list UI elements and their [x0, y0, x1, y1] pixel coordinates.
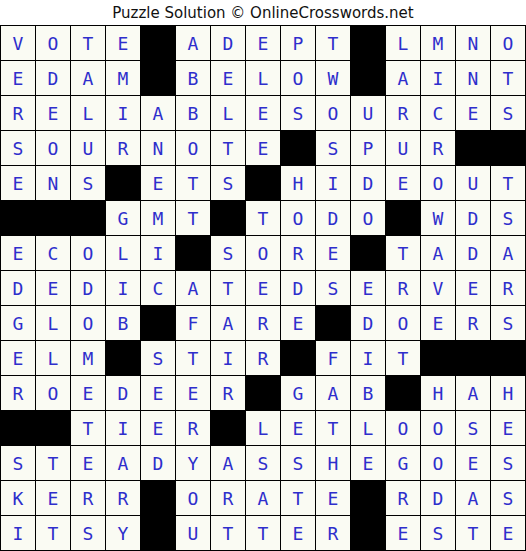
letter-cell: D — [456, 236, 490, 270]
letter-cell: A — [211, 446, 245, 480]
letter-cell: F — [316, 341, 350, 375]
letter-cell: H — [421, 376, 455, 410]
letter-cell: A — [141, 96, 175, 130]
letter-cell: E — [71, 376, 105, 410]
letter-cell: B — [176, 96, 210, 130]
letter-cell: A — [456, 481, 490, 515]
letter-cell: S — [1, 446, 35, 480]
letter-cell: R — [456, 306, 490, 340]
letter-cell: T — [246, 516, 280, 550]
letter-cell: M — [141, 201, 175, 235]
letter-cell: O — [176, 131, 210, 165]
letter-cell: S — [491, 96, 525, 130]
letter-cell: T — [71, 26, 105, 60]
letter-cell: T — [281, 481, 315, 515]
letter-cell: T — [211, 271, 245, 305]
letter-cell: T — [246, 201, 280, 235]
letter-cell: C — [141, 271, 175, 305]
letter-cell: U — [386, 131, 420, 165]
black-cell — [141, 61, 175, 95]
letter-cell: S — [141, 341, 175, 375]
letter-cell: R — [491, 271, 525, 305]
letter-cell: I — [211, 341, 245, 375]
letter-cell: T — [36, 446, 70, 480]
letter-cell: E — [246, 96, 280, 130]
letter-cell: S — [491, 201, 525, 235]
letter-cell: R — [386, 271, 420, 305]
letter-cell: D — [106, 376, 140, 410]
black-cell — [351, 516, 385, 550]
letter-cell: A — [211, 306, 245, 340]
letter-cell: S — [246, 446, 280, 480]
letter-cell: R — [106, 131, 140, 165]
letter-cell: L — [71, 96, 105, 130]
letter-cell: L — [106, 236, 140, 270]
letter-cell: E — [316, 236, 350, 270]
black-cell — [351, 26, 385, 60]
letter-cell: E — [106, 26, 140, 60]
letter-cell: T — [386, 236, 420, 270]
letter-cell: T — [316, 411, 350, 445]
letter-cell: T — [211, 516, 245, 550]
letter-cell: L — [246, 61, 280, 95]
letter-cell: N — [36, 166, 70, 200]
letter-cell: U — [176, 516, 210, 550]
letter-cell: E — [1, 166, 35, 200]
letter-cell: O — [386, 306, 420, 340]
letter-cell: R — [281, 236, 315, 270]
letter-cell: P — [281, 26, 315, 60]
letter-cell: L — [36, 306, 70, 340]
letter-cell: M — [106, 61, 140, 95]
letter-cell: U — [351, 96, 385, 130]
black-cell — [106, 166, 140, 200]
letter-cell: L — [36, 341, 70, 375]
letter-cell: O — [36, 376, 70, 410]
letter-cell: R — [246, 341, 280, 375]
letter-cell: E — [491, 411, 525, 445]
letter-cell: K — [1, 481, 35, 515]
letter-cell: S — [281, 446, 315, 480]
letter-cell: G — [1, 306, 35, 340]
letter-cell: S — [1, 131, 35, 165]
letter-cell: V — [1, 26, 35, 60]
letter-cell: L — [211, 96, 245, 130]
black-cell — [246, 166, 280, 200]
letter-cell: E — [211, 61, 245, 95]
black-cell — [456, 131, 490, 165]
letter-cell: O — [176, 481, 210, 515]
black-cell — [351, 481, 385, 515]
letter-cell: M — [421, 26, 455, 60]
black-cell — [316, 306, 350, 340]
letter-cell: S — [316, 131, 350, 165]
letter-cell: Y — [176, 446, 210, 480]
letter-cell: E — [176, 376, 210, 410]
letter-cell: I — [106, 411, 140, 445]
letter-cell: S — [71, 516, 105, 550]
crossword-grid: VOTEADEPTLMNOEDAMBELOWAINTRELIABLESOURCE… — [0, 25, 526, 551]
letter-cell: G — [386, 446, 420, 480]
black-cell — [36, 201, 70, 235]
black-cell — [246, 376, 280, 410]
letter-cell: T — [211, 131, 245, 165]
letter-cell: T — [491, 166, 525, 200]
letter-cell: P — [351, 131, 385, 165]
letter-cell: R — [106, 481, 140, 515]
letter-cell: N — [456, 26, 490, 60]
black-cell — [176, 236, 210, 270]
letter-cell: B — [351, 376, 385, 410]
letter-cell: E — [36, 96, 70, 130]
letter-cell: R — [386, 481, 420, 515]
letter-cell: G — [106, 201, 140, 235]
letter-cell: T — [176, 341, 210, 375]
letter-cell: T — [176, 166, 210, 200]
black-cell — [386, 376, 420, 410]
letter-cell: S — [316, 271, 350, 305]
black-cell — [211, 201, 245, 235]
letter-cell: O — [71, 236, 105, 270]
letter-cell: E — [141, 166, 175, 200]
letter-cell: A — [246, 481, 280, 515]
letter-cell: A — [106, 446, 140, 480]
letter-cell: W — [316, 61, 350, 95]
letter-cell: D — [1, 271, 35, 305]
black-cell — [351, 236, 385, 270]
letter-cell: A — [316, 376, 350, 410]
letter-cell: N — [456, 61, 490, 95]
letter-cell: A — [456, 376, 490, 410]
black-cell — [1, 201, 35, 235]
letter-cell: A — [176, 26, 210, 60]
letter-cell: B — [106, 306, 140, 340]
black-cell — [421, 341, 455, 375]
letter-cell: T — [386, 341, 420, 375]
letter-cell: L — [351, 411, 385, 445]
letter-cell: S — [421, 516, 455, 550]
letter-cell: R — [316, 516, 350, 550]
letter-cell: M — [71, 341, 105, 375]
letter-cell: D — [316, 201, 350, 235]
letter-cell: O — [421, 411, 455, 445]
letter-cell: T — [176, 201, 210, 235]
letter-cell: O — [316, 96, 350, 130]
letter-cell: C — [421, 96, 455, 130]
letter-cell: E — [246, 131, 280, 165]
letter-cell: D — [421, 481, 455, 515]
page-title: Puzzle Solution © OnlineCrosswords.net — [112, 4, 413, 22]
letter-cell: E — [386, 516, 420, 550]
black-cell — [211, 411, 245, 445]
letter-cell: O — [421, 446, 455, 480]
letter-cell: I — [421, 61, 455, 95]
letter-cell: D — [351, 306, 385, 340]
letter-cell: A — [71, 61, 105, 95]
letter-cell: S — [491, 306, 525, 340]
letter-cell: A — [491, 236, 525, 270]
letter-cell: D — [36, 61, 70, 95]
letter-cell: I — [1, 516, 35, 550]
letter-cell: E — [1, 236, 35, 270]
letter-cell: O — [281, 201, 315, 235]
black-cell — [141, 306, 175, 340]
letter-cell: G — [281, 376, 315, 410]
letter-cell: B — [176, 61, 210, 95]
letter-cell: S — [211, 236, 245, 270]
letter-cell: O — [36, 26, 70, 60]
letter-cell: O — [386, 411, 420, 445]
letter-cell: F — [176, 306, 210, 340]
letter-cell: E — [1, 61, 35, 95]
letter-cell: D — [281, 271, 315, 305]
letter-cell: R — [211, 376, 245, 410]
letter-cell: C — [36, 236, 70, 270]
letter-cell: W — [421, 201, 455, 235]
letter-cell: D — [351, 166, 385, 200]
letter-cell: T — [71, 411, 105, 445]
letter-cell: D — [141, 446, 175, 480]
puzzle-solution-page: Puzzle Solution © OnlineCrosswords.net V… — [0, 0, 526, 551]
letter-cell: H — [281, 166, 315, 200]
black-cell — [281, 131, 315, 165]
letter-cell: A — [386, 61, 420, 95]
black-cell — [1, 411, 35, 445]
letter-cell: R — [246, 306, 280, 340]
letter-cell: R — [1, 96, 35, 130]
letter-cell: S — [71, 166, 105, 200]
letter-cell: D — [71, 271, 105, 305]
black-cell — [36, 411, 70, 445]
black-cell — [456, 341, 490, 375]
letter-cell: S — [211, 166, 245, 200]
letter-cell: S — [491, 481, 525, 515]
black-cell — [491, 341, 525, 375]
letter-cell: E — [246, 271, 280, 305]
letter-cell: E — [36, 481, 70, 515]
letter-cell: O — [491, 26, 525, 60]
black-cell — [141, 481, 175, 515]
letter-cell: E — [71, 446, 105, 480]
letter-cell: A — [176, 271, 210, 305]
black-cell — [386, 201, 420, 235]
letter-cell: E — [141, 376, 175, 410]
letter-cell: E — [36, 271, 70, 305]
letter-cell: R — [211, 481, 245, 515]
letter-cell: E — [281, 411, 315, 445]
black-cell — [106, 341, 140, 375]
letter-cell: D — [456, 201, 490, 235]
letter-cell: S — [491, 446, 525, 480]
letter-cell: R — [386, 96, 420, 130]
letter-cell: O — [71, 306, 105, 340]
letter-cell: E — [491, 516, 525, 550]
black-cell — [491, 131, 525, 165]
letter-cell: E — [456, 446, 490, 480]
letter-cell: E — [281, 516, 315, 550]
letter-cell: O — [351, 201, 385, 235]
letter-cell: E — [246, 26, 280, 60]
title-bar: Puzzle Solution © OnlineCrosswords.net — [0, 0, 526, 25]
letter-cell: T — [491, 61, 525, 95]
letter-cell: L — [246, 411, 280, 445]
letter-cell: O — [246, 236, 280, 270]
letter-cell: H — [491, 376, 525, 410]
letter-cell: E — [456, 271, 490, 305]
letter-cell: A — [421, 236, 455, 270]
letter-cell: U — [456, 166, 490, 200]
letter-cell: O — [36, 131, 70, 165]
letter-cell: O — [281, 61, 315, 95]
letter-cell: Y — [106, 516, 140, 550]
black-cell — [141, 26, 175, 60]
letter-cell: R — [176, 411, 210, 445]
letter-cell: R — [71, 481, 105, 515]
letter-cell: I — [106, 271, 140, 305]
letter-cell: T — [456, 516, 490, 550]
letter-cell: E — [141, 411, 175, 445]
letter-cell: T — [316, 26, 350, 60]
black-cell — [281, 341, 315, 375]
letter-cell: E — [316, 481, 350, 515]
letter-cell: E — [421, 306, 455, 340]
letter-cell: I — [316, 166, 350, 200]
black-cell — [71, 201, 105, 235]
letter-cell: E — [456, 96, 490, 130]
letter-cell: R — [1, 376, 35, 410]
letter-cell: E — [1, 341, 35, 375]
letter-cell: I — [106, 96, 140, 130]
letter-cell: H — [316, 446, 350, 480]
letter-cell: E — [386, 166, 420, 200]
letter-cell: I — [141, 236, 175, 270]
letter-cell: T — [36, 516, 70, 550]
black-cell — [141, 516, 175, 550]
letter-cell: E — [351, 271, 385, 305]
letter-cell: V — [421, 271, 455, 305]
letter-cell: S — [456, 411, 490, 445]
letter-cell: E — [281, 306, 315, 340]
letter-cell: N — [141, 131, 175, 165]
letter-cell: L — [386, 26, 420, 60]
black-cell — [351, 61, 385, 95]
letter-cell: E — [351, 446, 385, 480]
letter-cell: O — [421, 166, 455, 200]
letter-cell: S — [281, 96, 315, 130]
letter-cell: D — [211, 26, 245, 60]
letter-cell: I — [351, 341, 385, 375]
letter-cell: R — [421, 131, 455, 165]
letter-cell: U — [71, 131, 105, 165]
